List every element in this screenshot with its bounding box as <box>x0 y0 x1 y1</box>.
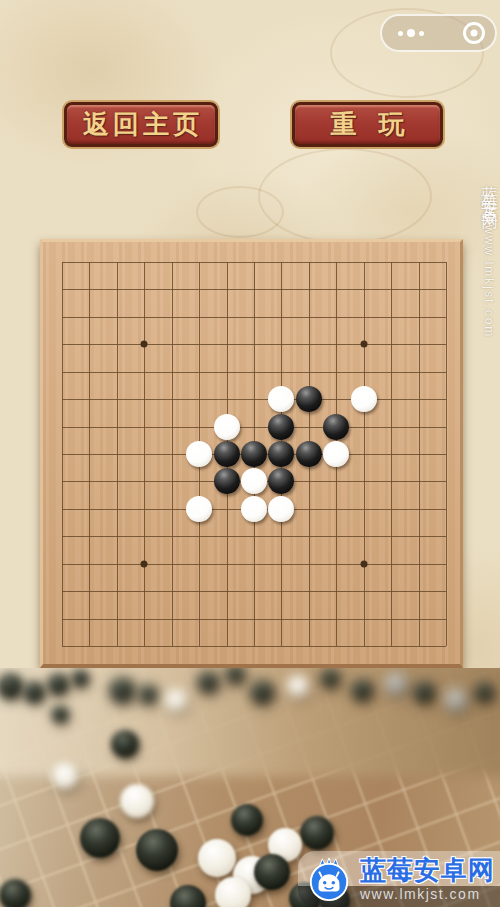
photo-stone <box>80 818 120 858</box>
board-line <box>62 564 446 565</box>
cloud-pattern <box>258 148 432 244</box>
photo-stone <box>23 681 45 703</box>
white-stone-r5c11 <box>351 386 377 412</box>
photo-stone <box>413 681 435 703</box>
black-stone-r5c9 <box>296 386 322 412</box>
app-screen: 返回主页 重玩 蓝莓安卓网 www.lmkjst.com <box>0 0 500 907</box>
photo-stone <box>111 730 139 758</box>
white-stone-r9c8 <box>268 496 294 522</box>
cloud-pattern <box>196 186 284 238</box>
photo-stone <box>120 784 154 818</box>
replay-label: 重玩 <box>309 107 427 142</box>
photo-stone <box>351 679 373 701</box>
star-point <box>141 560 148 567</box>
exit-circle-icon[interactable] <box>463 22 485 44</box>
photo-stone <box>197 671 219 693</box>
gomoku-board[interactable] <box>40 239 463 668</box>
photo-stone <box>231 804 263 836</box>
black-stone-r6c10 <box>323 414 349 440</box>
black-stone-r8c8 <box>268 468 294 494</box>
board-line <box>391 262 392 646</box>
watermark-badge: 蓝莓安卓网 www.lmkjst.com <box>298 851 500 907</box>
photo-stone <box>0 879 31 907</box>
photo-stone <box>250 680 274 704</box>
white-stone-r7c10 <box>323 441 349 467</box>
white-stone-r8c7 <box>241 468 267 494</box>
photo-stone <box>444 688 468 712</box>
photo-stone <box>384 672 408 696</box>
back-home-label: 返回主页 <box>79 107 203 142</box>
white-stone-r9c7 <box>241 496 267 522</box>
photo-stone <box>52 763 78 789</box>
more-menu-icon[interactable] <box>398 29 424 37</box>
photo-stone <box>300 816 334 850</box>
board-line <box>419 262 420 646</box>
white-stone-r5c8 <box>268 386 294 412</box>
photo-stone <box>71 669 89 687</box>
badge-site-name: 蓝莓安卓网 <box>360 857 495 883</box>
board-grid <box>62 262 446 646</box>
board-line <box>62 591 446 592</box>
photo-stone <box>320 668 340 688</box>
black-stone-r7c8 <box>268 441 294 467</box>
side-watermark-url: www.lmkjst.com <box>483 225 495 338</box>
board-line <box>446 262 447 646</box>
photo-stone <box>215 877 251 907</box>
star-point <box>141 341 148 348</box>
board-line <box>62 646 446 647</box>
photo-stone <box>136 829 178 871</box>
badge-site-url: www.lmkjst.com <box>360 887 495 901</box>
black-stone-r7c7 <box>241 441 267 467</box>
black-stone-r8c6 <box>214 468 240 494</box>
replay-button[interactable]: 重玩 <box>292 102 443 147</box>
black-stone-r7c6 <box>214 441 240 467</box>
photo-stone <box>165 689 187 711</box>
back-home-button[interactable]: 返回主页 <box>64 102 218 147</box>
photo-stone <box>138 684 158 704</box>
board-line <box>62 536 446 537</box>
side-watermark-text: 蓝莓安卓网 <box>480 172 499 207</box>
lanmei-robot-logo-icon <box>306 856 352 902</box>
board-line <box>62 619 446 620</box>
side-watermark: 蓝莓安卓网 www.lmkjst.com <box>481 172 498 339</box>
star-point <box>360 341 367 348</box>
star-point <box>360 560 367 567</box>
photo-stone <box>51 705 69 723</box>
photo-stone <box>254 854 290 890</box>
wechat-mini-program-capsule[interactable] <box>380 14 497 52</box>
photo-stone <box>474 682 494 702</box>
photo-stone <box>198 839 236 877</box>
white-stone-r9c5 <box>186 496 212 522</box>
photo-stone <box>287 675 309 697</box>
white-stone-r7c5 <box>186 441 212 467</box>
photo-stone <box>109 677 135 703</box>
black-stone-r6c8 <box>268 414 294 440</box>
background-photo: 蓝莓安卓网 www.lmkjst.com <box>0 668 500 907</box>
black-stone-r7c9 <box>296 441 322 467</box>
white-stone-r6c6 <box>214 414 240 440</box>
board-line <box>364 262 365 646</box>
photo-stone <box>47 673 69 695</box>
